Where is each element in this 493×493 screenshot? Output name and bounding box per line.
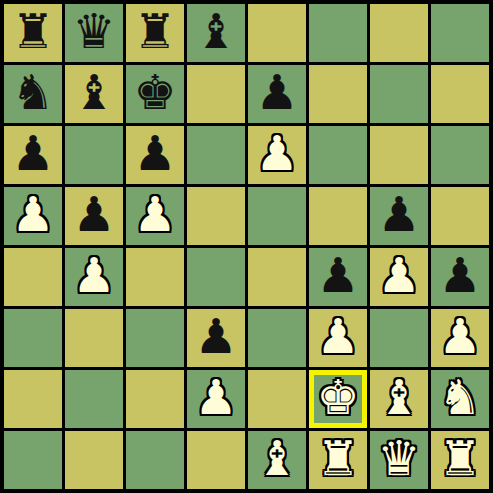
square-d8[interactable]: ♝ [187,4,245,62]
square-a4[interactable] [4,248,62,306]
piece-black-rook: ♜ [11,7,54,55]
square-f2[interactable]: ♚ [309,370,367,428]
square-a6[interactable]: ♟ [4,126,62,184]
piece-white-pawn: ♟ [255,129,298,177]
piece-black-rook: ♜ [133,7,176,55]
square-c1[interactable] [126,431,184,489]
chess-board: ♜♛♜♝♞♝♚♟♟♟♟♟♟♟♟♟♟♟♟♟♟♟♟♚♝♞♝♜♛♜ [0,0,493,493]
square-c2[interactable] [126,370,184,428]
piece-white-bishop: ♝ [377,373,420,421]
piece-white-bishop: ♝ [255,434,298,482]
piece-black-knight: ♞ [11,68,54,116]
square-g3[interactable] [370,309,428,367]
square-g6[interactable] [370,126,428,184]
piece-white-pawn: ♟ [72,251,115,299]
piece-white-pawn: ♟ [377,251,420,299]
square-d6[interactable] [187,126,245,184]
square-f6[interactable] [309,126,367,184]
square-g5[interactable]: ♟ [370,187,428,245]
square-e3[interactable] [248,309,306,367]
square-f1[interactable]: ♜ [309,431,367,489]
square-c8[interactable]: ♜ [126,4,184,62]
piece-black-pawn: ♟ [72,190,115,238]
square-h7[interactable] [431,65,489,123]
piece-black-pawn: ♟ [11,129,54,177]
square-h4[interactable]: ♟ [431,248,489,306]
square-c4[interactable] [126,248,184,306]
square-b8[interactable]: ♛ [65,4,123,62]
piece-black-pawn: ♟ [438,251,481,299]
square-g4[interactable]: ♟ [370,248,428,306]
square-e7[interactable]: ♟ [248,65,306,123]
square-e6[interactable]: ♟ [248,126,306,184]
square-b5[interactable]: ♟ [65,187,123,245]
piece-white-pawn: ♟ [194,373,237,421]
piece-white-queen: ♛ [377,434,420,482]
square-h8[interactable] [431,4,489,62]
square-a7[interactable]: ♞ [4,65,62,123]
piece-black-pawn: ♟ [377,190,420,238]
square-b3[interactable] [65,309,123,367]
square-a5[interactable]: ♟ [4,187,62,245]
square-a1[interactable] [4,431,62,489]
piece-black-pawn: ♟ [133,129,176,177]
piece-black-queen: ♛ [72,7,115,55]
square-b6[interactable] [65,126,123,184]
piece-black-king: ♚ [133,68,176,116]
square-b4[interactable]: ♟ [65,248,123,306]
piece-white-rook: ♜ [438,434,481,482]
square-a8[interactable]: ♜ [4,4,62,62]
piece-white-king: ♚ [316,373,359,421]
piece-white-pawn: ♟ [133,190,176,238]
square-g7[interactable] [370,65,428,123]
square-g2[interactable]: ♝ [370,370,428,428]
square-b2[interactable] [65,370,123,428]
square-f8[interactable] [309,4,367,62]
square-e8[interactable] [248,4,306,62]
piece-white-pawn: ♟ [316,312,359,360]
piece-black-bishop: ♝ [72,68,115,116]
square-f3[interactable]: ♟ [309,309,367,367]
square-d2[interactable]: ♟ [187,370,245,428]
square-g1[interactable]: ♛ [370,431,428,489]
piece-white-pawn: ♟ [11,190,54,238]
square-f7[interactable] [309,65,367,123]
square-h2[interactable]: ♞ [431,370,489,428]
piece-black-pawn: ♟ [255,68,298,116]
square-f5[interactable] [309,187,367,245]
square-e4[interactable] [248,248,306,306]
square-b1[interactable] [65,431,123,489]
square-a2[interactable] [4,370,62,428]
square-h5[interactable] [431,187,489,245]
square-c6[interactable]: ♟ [126,126,184,184]
piece-black-bishop: ♝ [194,7,237,55]
square-a3[interactable] [4,309,62,367]
piece-white-pawn: ♟ [438,312,481,360]
piece-white-rook: ♜ [316,434,359,482]
square-h1[interactable]: ♜ [431,431,489,489]
square-d5[interactable] [187,187,245,245]
square-g8[interactable] [370,4,428,62]
square-e1[interactable]: ♝ [248,431,306,489]
square-d7[interactable] [187,65,245,123]
square-e2[interactable] [248,370,306,428]
square-d4[interactable] [187,248,245,306]
square-h3[interactable]: ♟ [431,309,489,367]
piece-black-pawn: ♟ [194,312,237,360]
square-h6[interactable] [431,126,489,184]
square-b7[interactable]: ♝ [65,65,123,123]
square-c3[interactable] [126,309,184,367]
square-d3[interactable]: ♟ [187,309,245,367]
piece-black-pawn: ♟ [316,251,359,299]
square-f4[interactable]: ♟ [309,248,367,306]
square-e5[interactable] [248,187,306,245]
square-c7[interactable]: ♚ [126,65,184,123]
square-d1[interactable] [187,431,245,489]
piece-white-knight: ♞ [438,373,481,421]
square-c5[interactable]: ♟ [126,187,184,245]
